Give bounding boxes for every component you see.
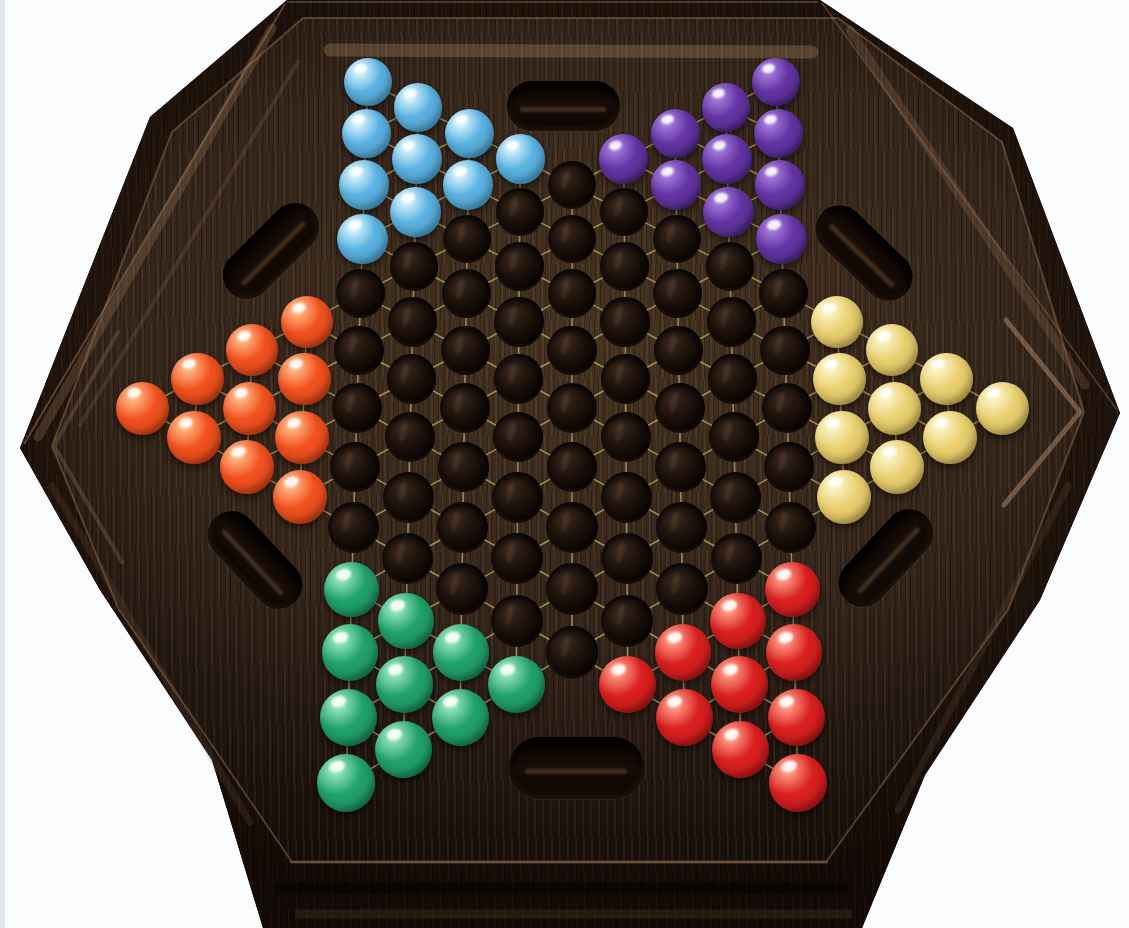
hole[interactable] [547, 326, 596, 375]
hole[interactable] [600, 188, 648, 236]
background-edge [0, 0, 5, 928]
marble-light-blue[interactable] [496, 134, 545, 183]
marble-yellow[interactable] [870, 440, 924, 494]
hole[interactable] [760, 326, 809, 375]
hole[interactable] [711, 533, 762, 584]
marble-orange[interactable] [281, 296, 333, 348]
marble-purple[interactable] [755, 160, 805, 210]
marble-yellow[interactable] [813, 353, 866, 406]
marble-purple[interactable] [754, 109, 803, 158]
marble-light-blue[interactable] [392, 134, 441, 183]
marble-light-blue[interactable] [339, 160, 389, 210]
marble-purple[interactable] [651, 109, 700, 158]
marble-red[interactable] [711, 656, 768, 713]
marble-green[interactable] [324, 562, 379, 617]
hole[interactable] [548, 161, 596, 209]
marble-green[interactable] [376, 656, 433, 713]
hole[interactable] [546, 502, 597, 553]
hole[interactable] [334, 326, 383, 375]
tray-slot-bottom [509, 737, 644, 799]
hole[interactable] [601, 533, 652, 584]
marble-light-blue[interactable] [342, 109, 391, 158]
hole[interactable] [491, 533, 542, 584]
hole[interactable] [383, 472, 434, 523]
marble-light-blue[interactable] [344, 58, 392, 106]
hole[interactable] [546, 563, 598, 615]
marble-purple[interactable] [599, 134, 648, 183]
marble-red[interactable] [768, 689, 825, 746]
marble-green[interactable] [317, 754, 375, 812]
marble-green[interactable] [378, 593, 434, 649]
marble-purple[interactable] [702, 83, 751, 132]
marble-orange[interactable] [167, 411, 220, 464]
marble-orange[interactable] [275, 411, 328, 464]
hole[interactable] [332, 383, 382, 433]
hole[interactable] [707, 297, 756, 346]
marble-green[interactable] [322, 624, 378, 680]
marble-red[interactable] [599, 656, 656, 713]
hole[interactable] [656, 563, 708, 615]
hole[interactable] [494, 354, 544, 404]
marble-red[interactable] [656, 689, 713, 746]
hole[interactable] [600, 242, 649, 291]
marble-light-blue[interactable] [443, 160, 493, 210]
marble-yellow[interactable] [868, 382, 921, 435]
marble-purple[interactable] [756, 214, 807, 265]
hole[interactable] [328, 502, 379, 553]
hole[interactable] [390, 242, 439, 291]
tray-slot-top [507, 81, 620, 131]
hole[interactable] [548, 215, 596, 263]
marble-purple[interactable] [703, 187, 753, 237]
marble-purple[interactable] [651, 160, 701, 210]
marble-green[interactable] [432, 689, 489, 746]
hole[interactable] [764, 442, 815, 493]
marble-light-blue[interactable] [445, 109, 494, 158]
marble-yellow[interactable] [866, 324, 918, 376]
marble-green[interactable] [320, 689, 377, 746]
hole[interactable] [706, 242, 755, 291]
hole[interactable] [762, 383, 812, 433]
marble-red[interactable] [710, 593, 766, 649]
marble-orange[interactable] [278, 353, 331, 406]
marble-green[interactable] [375, 721, 432, 778]
hole[interactable] [387, 354, 437, 404]
marble-yellow[interactable] [811, 296, 863, 348]
hole[interactable] [495, 242, 544, 291]
hole[interactable] [546, 626, 598, 678]
marble-light-blue[interactable] [337, 214, 388, 265]
hole[interactable] [437, 502, 488, 553]
hole[interactable] [442, 269, 491, 318]
hole[interactable] [654, 326, 703, 375]
hole[interactable] [601, 595, 653, 647]
marble-light-blue[interactable] [390, 187, 440, 237]
hole[interactable] [440, 383, 490, 433]
marble-yellow[interactable] [976, 382, 1029, 435]
scene [0, 0, 1129, 928]
marble-yellow[interactable] [817, 470, 871, 524]
marble-green[interactable] [433, 624, 489, 680]
marble-red[interactable] [766, 624, 822, 680]
marble-orange[interactable] [223, 382, 276, 435]
hole[interactable] [443, 215, 491, 263]
hole[interactable] [656, 502, 707, 553]
marble-orange[interactable] [116, 382, 169, 435]
hole[interactable] [600, 297, 649, 346]
marble-purple[interactable] [702, 134, 751, 183]
hole[interactable] [759, 269, 808, 318]
hole[interactable] [765, 502, 816, 553]
marble-yellow[interactable] [920, 353, 973, 406]
hole[interactable] [653, 215, 701, 263]
hole[interactable] [601, 354, 651, 404]
hole[interactable] [496, 188, 544, 236]
marble-orange[interactable] [220, 440, 274, 494]
hole[interactable] [710, 472, 761, 523]
hole[interactable] [655, 442, 706, 493]
marble-red[interactable] [765, 562, 820, 617]
marble-yellow[interactable] [815, 411, 868, 464]
hole[interactable] [441, 326, 490, 375]
hole[interactable] [547, 383, 597, 433]
hole[interactable] [492, 472, 543, 523]
hole[interactable] [436, 563, 488, 615]
marble-light-blue[interactable] [394, 83, 443, 132]
hole[interactable] [494, 297, 543, 346]
marble-orange[interactable] [273, 470, 327, 524]
hole[interactable] [655, 383, 705, 433]
marble-red[interactable] [769, 754, 827, 812]
hole[interactable] [708, 354, 758, 404]
marble-orange[interactable] [171, 353, 224, 406]
hole[interactable] [601, 472, 652, 523]
marble-green[interactable] [488, 656, 545, 713]
hole[interactable] [382, 533, 433, 584]
marble-yellow[interactable] [923, 411, 976, 464]
hole[interactable] [491, 595, 543, 647]
marble-red[interactable] [655, 624, 711, 680]
hole[interactable] [388, 297, 437, 346]
hole[interactable] [438, 442, 489, 493]
